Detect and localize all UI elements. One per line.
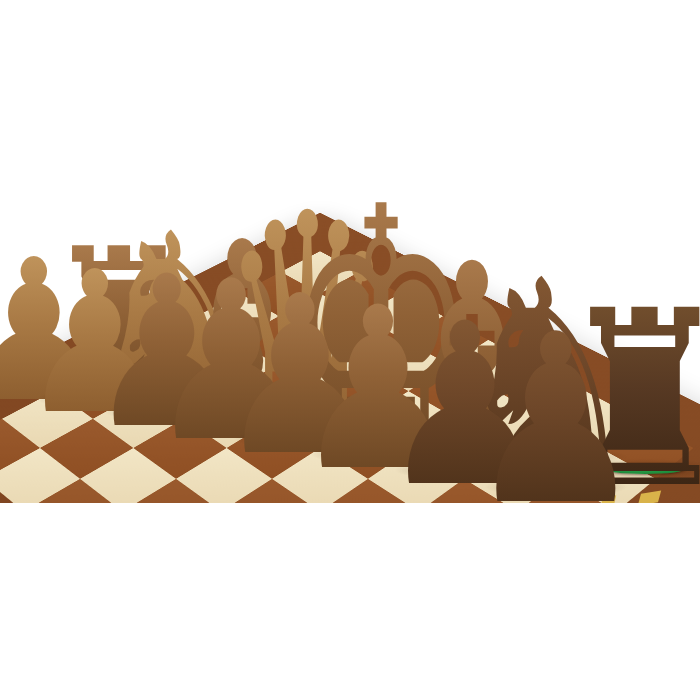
pawn-glyph: ♟ (467, 303, 645, 537)
chess-set-photo: ♜♞♝♛♚♝♞♜♟♟♟♟♟♟♟♟ (0, 0, 700, 700)
piece-pawn-h7: ♟ (451, 303, 661, 488)
pieces-layer: ♜♞♝♛♚♝♞♜♟♟♟♟♟♟♟♟ (0, 0, 700, 700)
